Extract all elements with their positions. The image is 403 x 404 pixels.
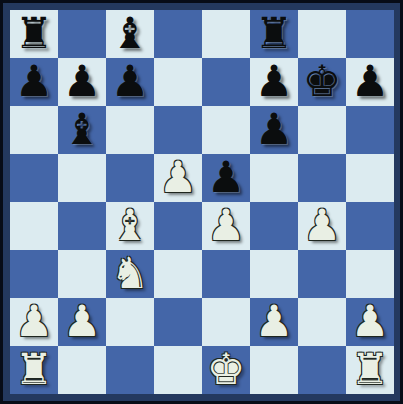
square-e4[interactable]: ♟ bbox=[202, 202, 250, 250]
square-h2[interactable]: ♟ bbox=[346, 298, 394, 346]
square-f8[interactable]: ♜ bbox=[250, 10, 298, 58]
square-f4[interactable] bbox=[250, 202, 298, 250]
piece-black-bishop-b6[interactable]: ♝ bbox=[63, 105, 102, 153]
square-c7[interactable]: ♟ bbox=[106, 58, 154, 106]
square-e8[interactable] bbox=[202, 10, 250, 58]
square-f2[interactable]: ♟ bbox=[250, 298, 298, 346]
piece-white-rook-a1[interactable]: ♜ bbox=[15, 345, 54, 393]
square-g5[interactable] bbox=[298, 154, 346, 202]
square-c4[interactable]: ♝ bbox=[106, 202, 154, 250]
square-d4[interactable] bbox=[154, 202, 202, 250]
piece-black-pawn-a7[interactable]: ♟ bbox=[15, 57, 54, 105]
square-d1[interactable] bbox=[154, 346, 202, 394]
piece-white-pawn-g4[interactable]: ♟ bbox=[303, 201, 342, 249]
square-d2[interactable] bbox=[154, 298, 202, 346]
square-d3[interactable] bbox=[154, 250, 202, 298]
square-c2[interactable] bbox=[106, 298, 154, 346]
piece-white-bishop-c4[interactable]: ♝ bbox=[111, 201, 150, 249]
piece-black-king-g7[interactable]: ♚ bbox=[303, 57, 342, 105]
square-d6[interactable] bbox=[154, 106, 202, 154]
piece-white-pawn-b2[interactable]: ♟ bbox=[63, 297, 102, 345]
board-frame: ♜♝♜♟♟♟♟♚♟♝♟♟♟♝♟♟♞♟♟♟♟♜♚♜ bbox=[0, 0, 403, 404]
piece-white-knight-c3[interactable]: ♞ bbox=[111, 249, 150, 297]
square-b5[interactable] bbox=[58, 154, 106, 202]
square-h7[interactable]: ♟ bbox=[346, 58, 394, 106]
square-b8[interactable] bbox=[58, 10, 106, 58]
piece-white-rook-h1[interactable]: ♜ bbox=[351, 345, 390, 393]
square-c5[interactable] bbox=[106, 154, 154, 202]
square-a8[interactable]: ♜ bbox=[10, 10, 58, 58]
piece-black-pawn-e5[interactable]: ♟ bbox=[207, 153, 246, 201]
square-e3[interactable] bbox=[202, 250, 250, 298]
square-b4[interactable] bbox=[58, 202, 106, 250]
square-f6[interactable]: ♟ bbox=[250, 106, 298, 154]
square-a3[interactable] bbox=[10, 250, 58, 298]
square-d7[interactable] bbox=[154, 58, 202, 106]
piece-black-rook-a8[interactable]: ♜ bbox=[15, 9, 54, 57]
piece-black-pawn-c7[interactable]: ♟ bbox=[111, 57, 150, 105]
square-h8[interactable] bbox=[346, 10, 394, 58]
square-c3[interactable]: ♞ bbox=[106, 250, 154, 298]
square-a4[interactable] bbox=[10, 202, 58, 250]
square-g3[interactable] bbox=[298, 250, 346, 298]
piece-white-pawn-f2[interactable]: ♟ bbox=[255, 297, 294, 345]
square-c8[interactable]: ♝ bbox=[106, 10, 154, 58]
square-a6[interactable] bbox=[10, 106, 58, 154]
square-f1[interactable] bbox=[250, 346, 298, 394]
square-f5[interactable] bbox=[250, 154, 298, 202]
square-e2[interactable] bbox=[202, 298, 250, 346]
square-e5[interactable]: ♟ bbox=[202, 154, 250, 202]
square-h1[interactable]: ♜ bbox=[346, 346, 394, 394]
square-b6[interactable]: ♝ bbox=[58, 106, 106, 154]
square-h4[interactable] bbox=[346, 202, 394, 250]
square-a2[interactable]: ♟ bbox=[10, 298, 58, 346]
square-h5[interactable] bbox=[346, 154, 394, 202]
square-a5[interactable] bbox=[10, 154, 58, 202]
piece-black-bishop-c8[interactable]: ♝ bbox=[111, 9, 150, 57]
square-b2[interactable]: ♟ bbox=[58, 298, 106, 346]
piece-black-rook-f8[interactable]: ♜ bbox=[255, 9, 294, 57]
piece-white-king-e1[interactable]: ♚ bbox=[207, 345, 246, 393]
piece-black-pawn-b7[interactable]: ♟ bbox=[63, 57, 102, 105]
square-e1[interactable]: ♚ bbox=[202, 346, 250, 394]
square-f3[interactable] bbox=[250, 250, 298, 298]
square-b1[interactable] bbox=[58, 346, 106, 394]
piece-black-pawn-f7[interactable]: ♟ bbox=[255, 57, 294, 105]
square-d5[interactable]: ♟ bbox=[154, 154, 202, 202]
square-g7[interactable]: ♚ bbox=[298, 58, 346, 106]
square-g6[interactable] bbox=[298, 106, 346, 154]
piece-white-pawn-e4[interactable]: ♟ bbox=[207, 201, 246, 249]
square-h3[interactable] bbox=[346, 250, 394, 298]
square-g2[interactable] bbox=[298, 298, 346, 346]
piece-black-pawn-f6[interactable]: ♟ bbox=[255, 105, 294, 153]
piece-white-pawn-a2[interactable]: ♟ bbox=[15, 297, 54, 345]
square-a7[interactable]: ♟ bbox=[10, 58, 58, 106]
square-a1[interactable]: ♜ bbox=[10, 346, 58, 394]
piece-black-pawn-h7[interactable]: ♟ bbox=[351, 57, 390, 105]
square-c1[interactable] bbox=[106, 346, 154, 394]
square-e7[interactable] bbox=[202, 58, 250, 106]
square-f7[interactable]: ♟ bbox=[250, 58, 298, 106]
piece-white-pawn-d5[interactable]: ♟ bbox=[159, 153, 198, 201]
square-b3[interactable] bbox=[58, 250, 106, 298]
chess-board: ♜♝♜♟♟♟♟♚♟♝♟♟♟♝♟♟♞♟♟♟♟♜♚♜ bbox=[10, 10, 394, 394]
square-b7[interactable]: ♟ bbox=[58, 58, 106, 106]
square-c6[interactable] bbox=[106, 106, 154, 154]
square-d8[interactable] bbox=[154, 10, 202, 58]
square-g4[interactable]: ♟ bbox=[298, 202, 346, 250]
square-g1[interactable] bbox=[298, 346, 346, 394]
square-h6[interactable] bbox=[346, 106, 394, 154]
square-e6[interactable] bbox=[202, 106, 250, 154]
square-g8[interactable] bbox=[298, 10, 346, 58]
piece-white-pawn-h2[interactable]: ♟ bbox=[351, 297, 390, 345]
